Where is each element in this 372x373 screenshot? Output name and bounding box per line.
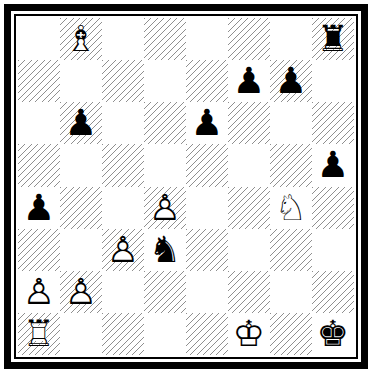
square-h5[interactable]: ♟ — [312, 144, 354, 186]
square-h2[interactable] — [312, 271, 354, 313]
square-d3[interactable]: ♞ — [144, 229, 186, 271]
square-g1[interactable] — [270, 313, 312, 355]
piece-black-knight-d3: ♞ — [149, 232, 181, 268]
piece-black-pawn-a4: ♟ — [23, 190, 55, 226]
square-h4[interactable] — [312, 187, 354, 229]
square-g7[interactable]: ♟ — [270, 60, 312, 102]
square-b3[interactable] — [60, 229, 102, 271]
piece-black-pawn-h5: ♟ — [317, 147, 349, 183]
square-d2[interactable] — [144, 271, 186, 313]
piece-black-king-h1: ♚ — [317, 316, 349, 352]
piece-black-pawn-b6: ♟ — [65, 105, 97, 141]
piece-white-rook-a1: ♜♖ — [23, 316, 55, 352]
square-g5[interactable] — [270, 144, 312, 186]
piece-white-pawn-c3: ♟♙ — [107, 232, 139, 268]
square-e8[interactable] — [186, 18, 228, 60]
square-d4[interactable]: ♟♙ — [144, 187, 186, 229]
square-e1[interactable] — [186, 313, 228, 355]
square-f5[interactable] — [228, 144, 270, 186]
square-c4[interactable] — [102, 187, 144, 229]
square-h7[interactable] — [312, 60, 354, 102]
square-f7[interactable]: ♟ — [228, 60, 270, 102]
square-g4[interactable]: ♞♘ — [270, 187, 312, 229]
square-h6[interactable] — [312, 102, 354, 144]
square-c8[interactable] — [102, 18, 144, 60]
chess-diagram: ♝♗♜♟♟♟♟♟♟♟♙♞♘♟♙♞♟♙♟♙♜♖♚♔♚ — [0, 0, 372, 373]
square-g3[interactable] — [270, 229, 312, 271]
square-h3[interactable] — [312, 229, 354, 271]
square-a5[interactable] — [18, 144, 60, 186]
chess-board: ♝♗♜♟♟♟♟♟♟♟♙♞♘♟♙♞♟♙♟♙♜♖♚♔♚ — [18, 18, 354, 355]
piece-black-pawn-g7: ♟ — [275, 63, 307, 99]
piece-white-knight-g4: ♞♘ — [275, 190, 307, 226]
square-d1[interactable] — [144, 313, 186, 355]
square-f8[interactable] — [228, 18, 270, 60]
square-d5[interactable] — [144, 144, 186, 186]
square-f2[interactable] — [228, 271, 270, 313]
square-d7[interactable] — [144, 60, 186, 102]
square-a6[interactable] — [18, 102, 60, 144]
square-f3[interactable] — [228, 229, 270, 271]
square-e2[interactable] — [186, 271, 228, 313]
piece-black-rook-h8: ♜ — [317, 21, 349, 57]
square-f1[interactable]: ♚♔ — [228, 313, 270, 355]
square-c7[interactable] — [102, 60, 144, 102]
square-c1[interactable] — [102, 313, 144, 355]
square-b2[interactable]: ♟♙ — [60, 271, 102, 313]
square-a1[interactable]: ♜♖ — [18, 313, 60, 355]
square-e6[interactable]: ♟ — [186, 102, 228, 144]
diagram-inner-border: ♝♗♜♟♟♟♟♟♟♟♙♞♘♟♙♞♟♙♟♙♜♖♚♔♚ — [14, 14, 358, 359]
square-e3[interactable] — [186, 229, 228, 271]
piece-white-pawn-d4: ♟♙ — [149, 190, 181, 226]
piece-black-pawn-f7: ♟ — [233, 63, 265, 99]
piece-white-pawn-a2: ♟♙ — [23, 274, 55, 310]
piece-black-pawn-e6: ♟ — [191, 105, 223, 141]
square-b7[interactable] — [60, 60, 102, 102]
square-h8[interactable]: ♜ — [312, 18, 354, 60]
square-e4[interactable] — [186, 187, 228, 229]
square-f6[interactable] — [228, 102, 270, 144]
square-b1[interactable] — [60, 313, 102, 355]
square-b4[interactable] — [60, 187, 102, 229]
square-f4[interactable] — [228, 187, 270, 229]
square-g2[interactable] — [270, 271, 312, 313]
square-h1[interactable]: ♚ — [312, 313, 354, 355]
square-b5[interactable] — [60, 144, 102, 186]
diagram-outer-border: ♝♗♜♟♟♟♟♟♟♟♙♞♘♟♙♞♟♙♟♙♜♖♚♔♚ — [4, 4, 368, 369]
square-c5[interactable] — [102, 144, 144, 186]
square-d6[interactable] — [144, 102, 186, 144]
square-g6[interactable] — [270, 102, 312, 144]
piece-white-king-f1: ♚♔ — [233, 316, 265, 352]
square-a2[interactable]: ♟♙ — [18, 271, 60, 313]
square-b6[interactable]: ♟ — [60, 102, 102, 144]
square-d8[interactable] — [144, 18, 186, 60]
square-b8[interactable]: ♝♗ — [60, 18, 102, 60]
square-a3[interactable] — [18, 229, 60, 271]
square-c3[interactable]: ♟♙ — [102, 229, 144, 271]
square-a4[interactable]: ♟ — [18, 187, 60, 229]
square-a8[interactable] — [18, 18, 60, 60]
square-c6[interactable] — [102, 102, 144, 144]
square-a7[interactable] — [18, 60, 60, 102]
piece-white-bishop-b8: ♝♗ — [65, 21, 97, 57]
square-e5[interactable] — [186, 144, 228, 186]
piece-white-pawn-b2: ♟♙ — [65, 274, 97, 310]
square-e7[interactable] — [186, 60, 228, 102]
square-c2[interactable] — [102, 271, 144, 313]
square-g8[interactable] — [270, 18, 312, 60]
